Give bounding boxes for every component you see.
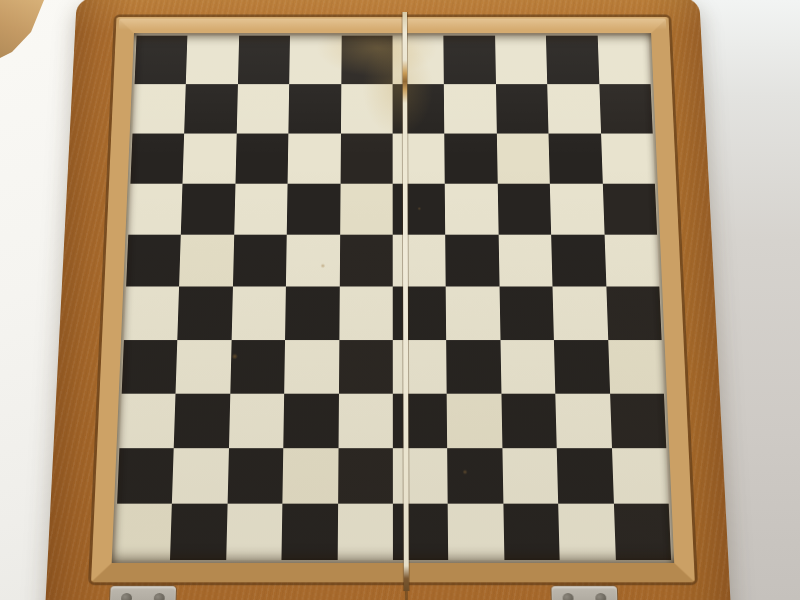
board-square <box>226 504 283 560</box>
board-square <box>499 287 554 340</box>
board-square <box>340 134 392 184</box>
board-square <box>289 36 341 85</box>
board-square <box>497 134 550 184</box>
board-square <box>288 134 341 184</box>
board-square <box>126 235 181 287</box>
board-square <box>393 235 446 287</box>
board-square <box>282 504 338 560</box>
board-square <box>172 448 229 504</box>
board-square <box>393 184 446 235</box>
board-square <box>502 448 558 504</box>
board-square <box>602 184 657 235</box>
board-square <box>283 448 339 504</box>
board-square <box>338 448 393 504</box>
fold-gap-lower <box>405 591 408 600</box>
board-square <box>553 287 608 340</box>
board-square <box>115 504 173 560</box>
board-square <box>393 134 445 184</box>
wooden-games-box <box>43 0 733 600</box>
board-square <box>604 235 659 287</box>
board-square <box>547 84 600 133</box>
board-square <box>285 287 339 340</box>
board-square <box>612 448 669 504</box>
board-square <box>289 84 341 133</box>
board-square <box>546 36 599 85</box>
board-square <box>601 134 655 184</box>
board-square <box>495 36 547 85</box>
board-square <box>501 393 557 448</box>
board-square <box>393 36 445 85</box>
board-square <box>498 184 552 235</box>
board-square <box>610 393 667 448</box>
board-square <box>498 235 552 287</box>
board-square <box>447 393 502 448</box>
board-square <box>393 393 448 448</box>
hinge-screw <box>562 593 573 600</box>
board-square <box>340 184 393 235</box>
board-square <box>119 393 175 448</box>
hinge-screw <box>121 593 132 600</box>
board-square <box>230 340 285 394</box>
board-square <box>117 448 174 504</box>
board-square <box>185 84 238 133</box>
board-square <box>179 235 234 287</box>
board-square <box>444 36 496 85</box>
board-square <box>447 340 502 394</box>
board-square <box>122 340 178 394</box>
board-square <box>339 287 393 340</box>
board-square <box>445 184 498 235</box>
board-square <box>614 504 672 560</box>
board-square <box>606 287 662 340</box>
board-square <box>557 448 614 504</box>
board-square <box>286 235 340 287</box>
board-square <box>393 287 447 340</box>
board-square <box>135 36 188 85</box>
draughts-board <box>112 33 675 563</box>
board-square <box>500 340 555 394</box>
board-square <box>551 235 606 287</box>
board-square <box>558 504 615 560</box>
board-square <box>234 184 288 235</box>
board-square <box>235 134 288 184</box>
board-square <box>238 36 290 85</box>
board-square <box>341 84 393 133</box>
hinge-left <box>108 586 176 600</box>
board-square <box>181 184 235 235</box>
board-square <box>444 84 496 133</box>
board-square <box>341 36 393 85</box>
board-square <box>550 184 604 235</box>
board-square <box>448 448 504 504</box>
board-square <box>608 340 664 394</box>
hinge-screw <box>154 593 165 600</box>
board-square <box>446 235 500 287</box>
board-square <box>233 235 287 287</box>
hinge-right <box>551 586 618 600</box>
board-square <box>445 134 498 184</box>
board-square <box>231 287 286 340</box>
board-square <box>337 504 393 560</box>
board-square <box>555 393 611 448</box>
board-square <box>170 504 227 560</box>
board-square <box>393 448 448 504</box>
hinge-screw <box>595 593 606 600</box>
board-square <box>448 504 504 560</box>
board-square <box>287 184 340 235</box>
board-square <box>339 340 393 394</box>
board-square <box>599 84 653 133</box>
board-square <box>186 36 239 85</box>
board-square <box>393 504 449 560</box>
board-square <box>176 340 232 394</box>
board-square <box>549 134 603 184</box>
board-square <box>229 393 285 448</box>
board-square <box>130 134 184 184</box>
board-square <box>284 340 339 394</box>
board-square <box>597 36 650 85</box>
board-square <box>339 235 392 287</box>
board-square <box>128 184 183 235</box>
board-square <box>227 448 283 504</box>
board-square <box>496 84 549 133</box>
board-square <box>446 287 500 340</box>
board-square <box>124 287 180 340</box>
board-square <box>393 340 447 394</box>
board-square <box>283 393 338 448</box>
board-square <box>503 504 560 560</box>
board-square <box>174 393 230 448</box>
board-square <box>338 393 393 448</box>
board-square <box>178 287 233 340</box>
board-square <box>183 134 237 184</box>
board-square <box>393 84 445 133</box>
board-square <box>132 84 186 133</box>
board-square <box>554 340 610 394</box>
board-square <box>237 84 290 133</box>
